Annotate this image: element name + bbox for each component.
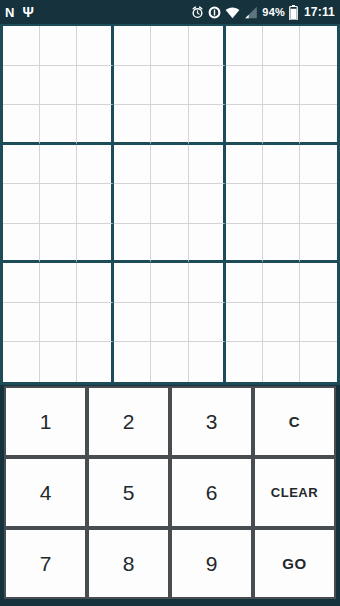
sudoku-cell-r3c8[interactable] [263, 105, 300, 145]
sudoku-cell-r6c5[interactable] [151, 224, 188, 264]
sudoku-cell-r8c6[interactable] [189, 303, 226, 343]
sudoku-cell-r1c1[interactable] [3, 26, 40, 66]
key-7[interactable]: 7 [4, 528, 87, 599]
sudoku-cell-r7c8[interactable] [263, 263, 300, 303]
sudoku-cell-r7c2[interactable] [40, 263, 77, 303]
sudoku-cell-r9c9[interactable] [300, 342, 337, 382]
wifi-icon [225, 6, 240, 19]
battery-icon [289, 5, 298, 20]
sudoku-cell-r3c4[interactable] [114, 105, 151, 145]
sudoku-cell-r1c7[interactable] [226, 26, 263, 66]
sudoku-cell-r3c6[interactable] [189, 105, 226, 145]
sudoku-cell-r1c2[interactable] [40, 26, 77, 66]
sudoku-cell-r7c5[interactable] [151, 263, 188, 303]
sudoku-cell-r9c8[interactable] [263, 342, 300, 382]
key-1[interactable]: 1 [4, 386, 87, 457]
key-clear[interactable]: CLEAR [253, 457, 336, 528]
status-right-icons: 94% 17:11 [191, 5, 335, 20]
sudoku-cell-r4c8[interactable] [263, 145, 300, 185]
key-8[interactable]: 8 [87, 528, 170, 599]
sudoku-cell-r5c6[interactable] [189, 184, 226, 224]
sudoku-cell-r9c2[interactable] [40, 342, 77, 382]
key-9[interactable]: 9 [170, 528, 253, 599]
sudoku-cell-r3c3[interactable] [77, 105, 114, 145]
sudoku-app-screen: N Ψ [0, 0, 340, 606]
sudoku-cell-r8c8[interactable] [263, 303, 300, 343]
status-left-icons: N Ψ [5, 5, 34, 20]
key-5[interactable]: 5 [87, 457, 170, 528]
sudoku-cell-r1c5[interactable] [151, 26, 188, 66]
sudoku-cell-r6c8[interactable] [263, 224, 300, 264]
sudoku-cell-r3c7[interactable] [226, 105, 263, 145]
sudoku-cell-r8c9[interactable] [300, 303, 337, 343]
key-6[interactable]: 6 [170, 457, 253, 528]
alarm-icon [191, 6, 204, 19]
sudoku-cell-r2c9[interactable] [300, 66, 337, 106]
sudoku-cell-r3c5[interactable] [151, 105, 188, 145]
sudoku-cell-r1c8[interactable] [263, 26, 300, 66]
sudoku-cell-r7c1[interactable] [3, 263, 40, 303]
sudoku-cell-r3c1[interactable] [3, 105, 40, 145]
sudoku-board-frame [0, 24, 340, 385]
nfc-icon: N [5, 5, 15, 20]
key-3[interactable]: 3 [170, 386, 253, 457]
sudoku-cell-r4c2[interactable] [40, 145, 77, 185]
sudoku-cell-r4c7[interactable] [226, 145, 263, 185]
number-keypad: 123C456CLEAR789GO [0, 385, 340, 606]
status-clock: 17:11 [304, 5, 335, 19]
sudoku-cell-r9c7[interactable] [226, 342, 263, 382]
sudoku-cell-r6c4[interactable] [114, 224, 151, 264]
sudoku-cell-r2c3[interactable] [77, 66, 114, 106]
sudoku-cell-r3c2[interactable] [40, 105, 77, 145]
sudoku-cell-r8c7[interactable] [226, 303, 263, 343]
sudoku-cell-r7c6[interactable] [189, 263, 226, 303]
sudoku-cell-r7c4[interactable] [114, 263, 151, 303]
sudoku-cell-r4c5[interactable] [151, 145, 188, 185]
sudoku-cell-r4c9[interactable] [300, 145, 337, 185]
sudoku-cell-r2c2[interactable] [40, 66, 77, 106]
sudoku-cell-r6c2[interactable] [40, 224, 77, 264]
sudoku-cell-r5c7[interactable] [226, 184, 263, 224]
sudoku-cell-r4c6[interactable] [189, 145, 226, 185]
sudoku-cell-r2c8[interactable] [263, 66, 300, 106]
sudoku-cell-r9c5[interactable] [151, 342, 188, 382]
sudoku-cell-r8c5[interactable] [151, 303, 188, 343]
sudoku-cell-r5c4[interactable] [114, 184, 151, 224]
sudoku-cell-r2c7[interactable] [226, 66, 263, 106]
key-4[interactable]: 4 [4, 457, 87, 528]
sudoku-cell-r4c1[interactable] [3, 145, 40, 185]
status-bar: N Ψ [0, 0, 340, 24]
key-go[interactable]: GO [253, 528, 336, 599]
key-c[interactable]: C [253, 386, 336, 457]
sudoku-cell-r8c1[interactable] [3, 303, 40, 343]
sudoku-cell-r2c1[interactable] [3, 66, 40, 106]
sudoku-cell-r5c5[interactable] [151, 184, 188, 224]
sudoku-cell-r6c3[interactable] [77, 224, 114, 264]
sudoku-cell-r2c6[interactable] [189, 66, 226, 106]
sudoku-cell-r7c9[interactable] [300, 263, 337, 303]
sudoku-cell-r5c3[interactable] [77, 184, 114, 224]
sudoku-cell-r7c3[interactable] [77, 263, 114, 303]
key-2[interactable]: 2 [87, 386, 170, 457]
sudoku-cell-r9c3[interactable] [77, 342, 114, 382]
battery-percent: 94% [262, 6, 285, 18]
sudoku-cell-r4c3[interactable] [77, 145, 114, 185]
sudoku-cell-r6c1[interactable] [3, 224, 40, 264]
sudoku-cell-r5c9[interactable] [300, 184, 337, 224]
sudoku-cell-r3c9[interactable] [300, 105, 337, 145]
sudoku-cell-r1c3[interactable] [77, 26, 114, 66]
sudoku-cell-r6c7[interactable] [226, 224, 263, 264]
sudoku-cell-r9c6[interactable] [189, 342, 226, 382]
sudoku-cell-r5c2[interactable] [40, 184, 77, 224]
sudoku-cell-r1c9[interactable] [300, 26, 337, 66]
data-saver-icon [208, 6, 221, 19]
sudoku-cell-r1c6[interactable] [189, 26, 226, 66]
sudoku-cell-r5c8[interactable] [263, 184, 300, 224]
sudoku-cell-r9c4[interactable] [114, 342, 151, 382]
sudoku-cell-r2c5[interactable] [151, 66, 188, 106]
sudoku-cell-r6c9[interactable] [300, 224, 337, 264]
sudoku-cell-r5c1[interactable] [3, 184, 40, 224]
sudoku-cell-r2c4[interactable] [114, 66, 151, 106]
sudoku-cell-r7c7[interactable] [226, 263, 263, 303]
sudoku-cell-r8c3[interactable] [77, 303, 114, 343]
sudoku-board [3, 26, 337, 382]
sudoku-cell-r9c1[interactable] [3, 342, 40, 382]
sudoku-cell-r8c2[interactable] [40, 303, 77, 343]
cell-signal-icon [244, 6, 258, 19]
usb-icon: Ψ [23, 5, 35, 19]
sudoku-cell-r8c4[interactable] [114, 303, 151, 343]
sudoku-cell-r1c4[interactable] [114, 26, 151, 66]
sudoku-cell-r4c4[interactable] [114, 145, 151, 185]
sudoku-cell-r6c6[interactable] [189, 224, 226, 264]
